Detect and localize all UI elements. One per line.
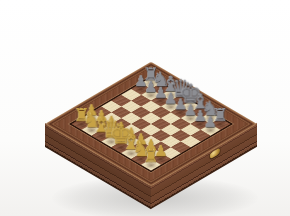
chess-set-photo: ♜♞♝♛♚♝♞♜♟♟♟♟♟♟♟♟♟♟♟♟♟♟♟♟♜♞♝♛♚♝♞♜ xyxy=(0,0,290,216)
square-h1[interactable]: ♜ xyxy=(141,159,161,171)
chess-box: ♜♞♝♛♚♝♞♜♟♟♟♟♟♟♟♟♟♟♟♟♟♟♟♟♜♞♝♛♚♝♞♜ xyxy=(45,62,257,187)
black-pawn-h7[interactable]: ♟ xyxy=(196,115,224,130)
board-top-frame: ♜♞♝♛♚♝♞♜♟♟♟♟♟♟♟♟♟♟♟♟♟♟♟♟♜♞♝♛♚♝♞♜ xyxy=(45,62,257,187)
square-e5[interactable] xyxy=(151,118,171,130)
white-rook-h1[interactable]: ♜ xyxy=(137,147,165,165)
